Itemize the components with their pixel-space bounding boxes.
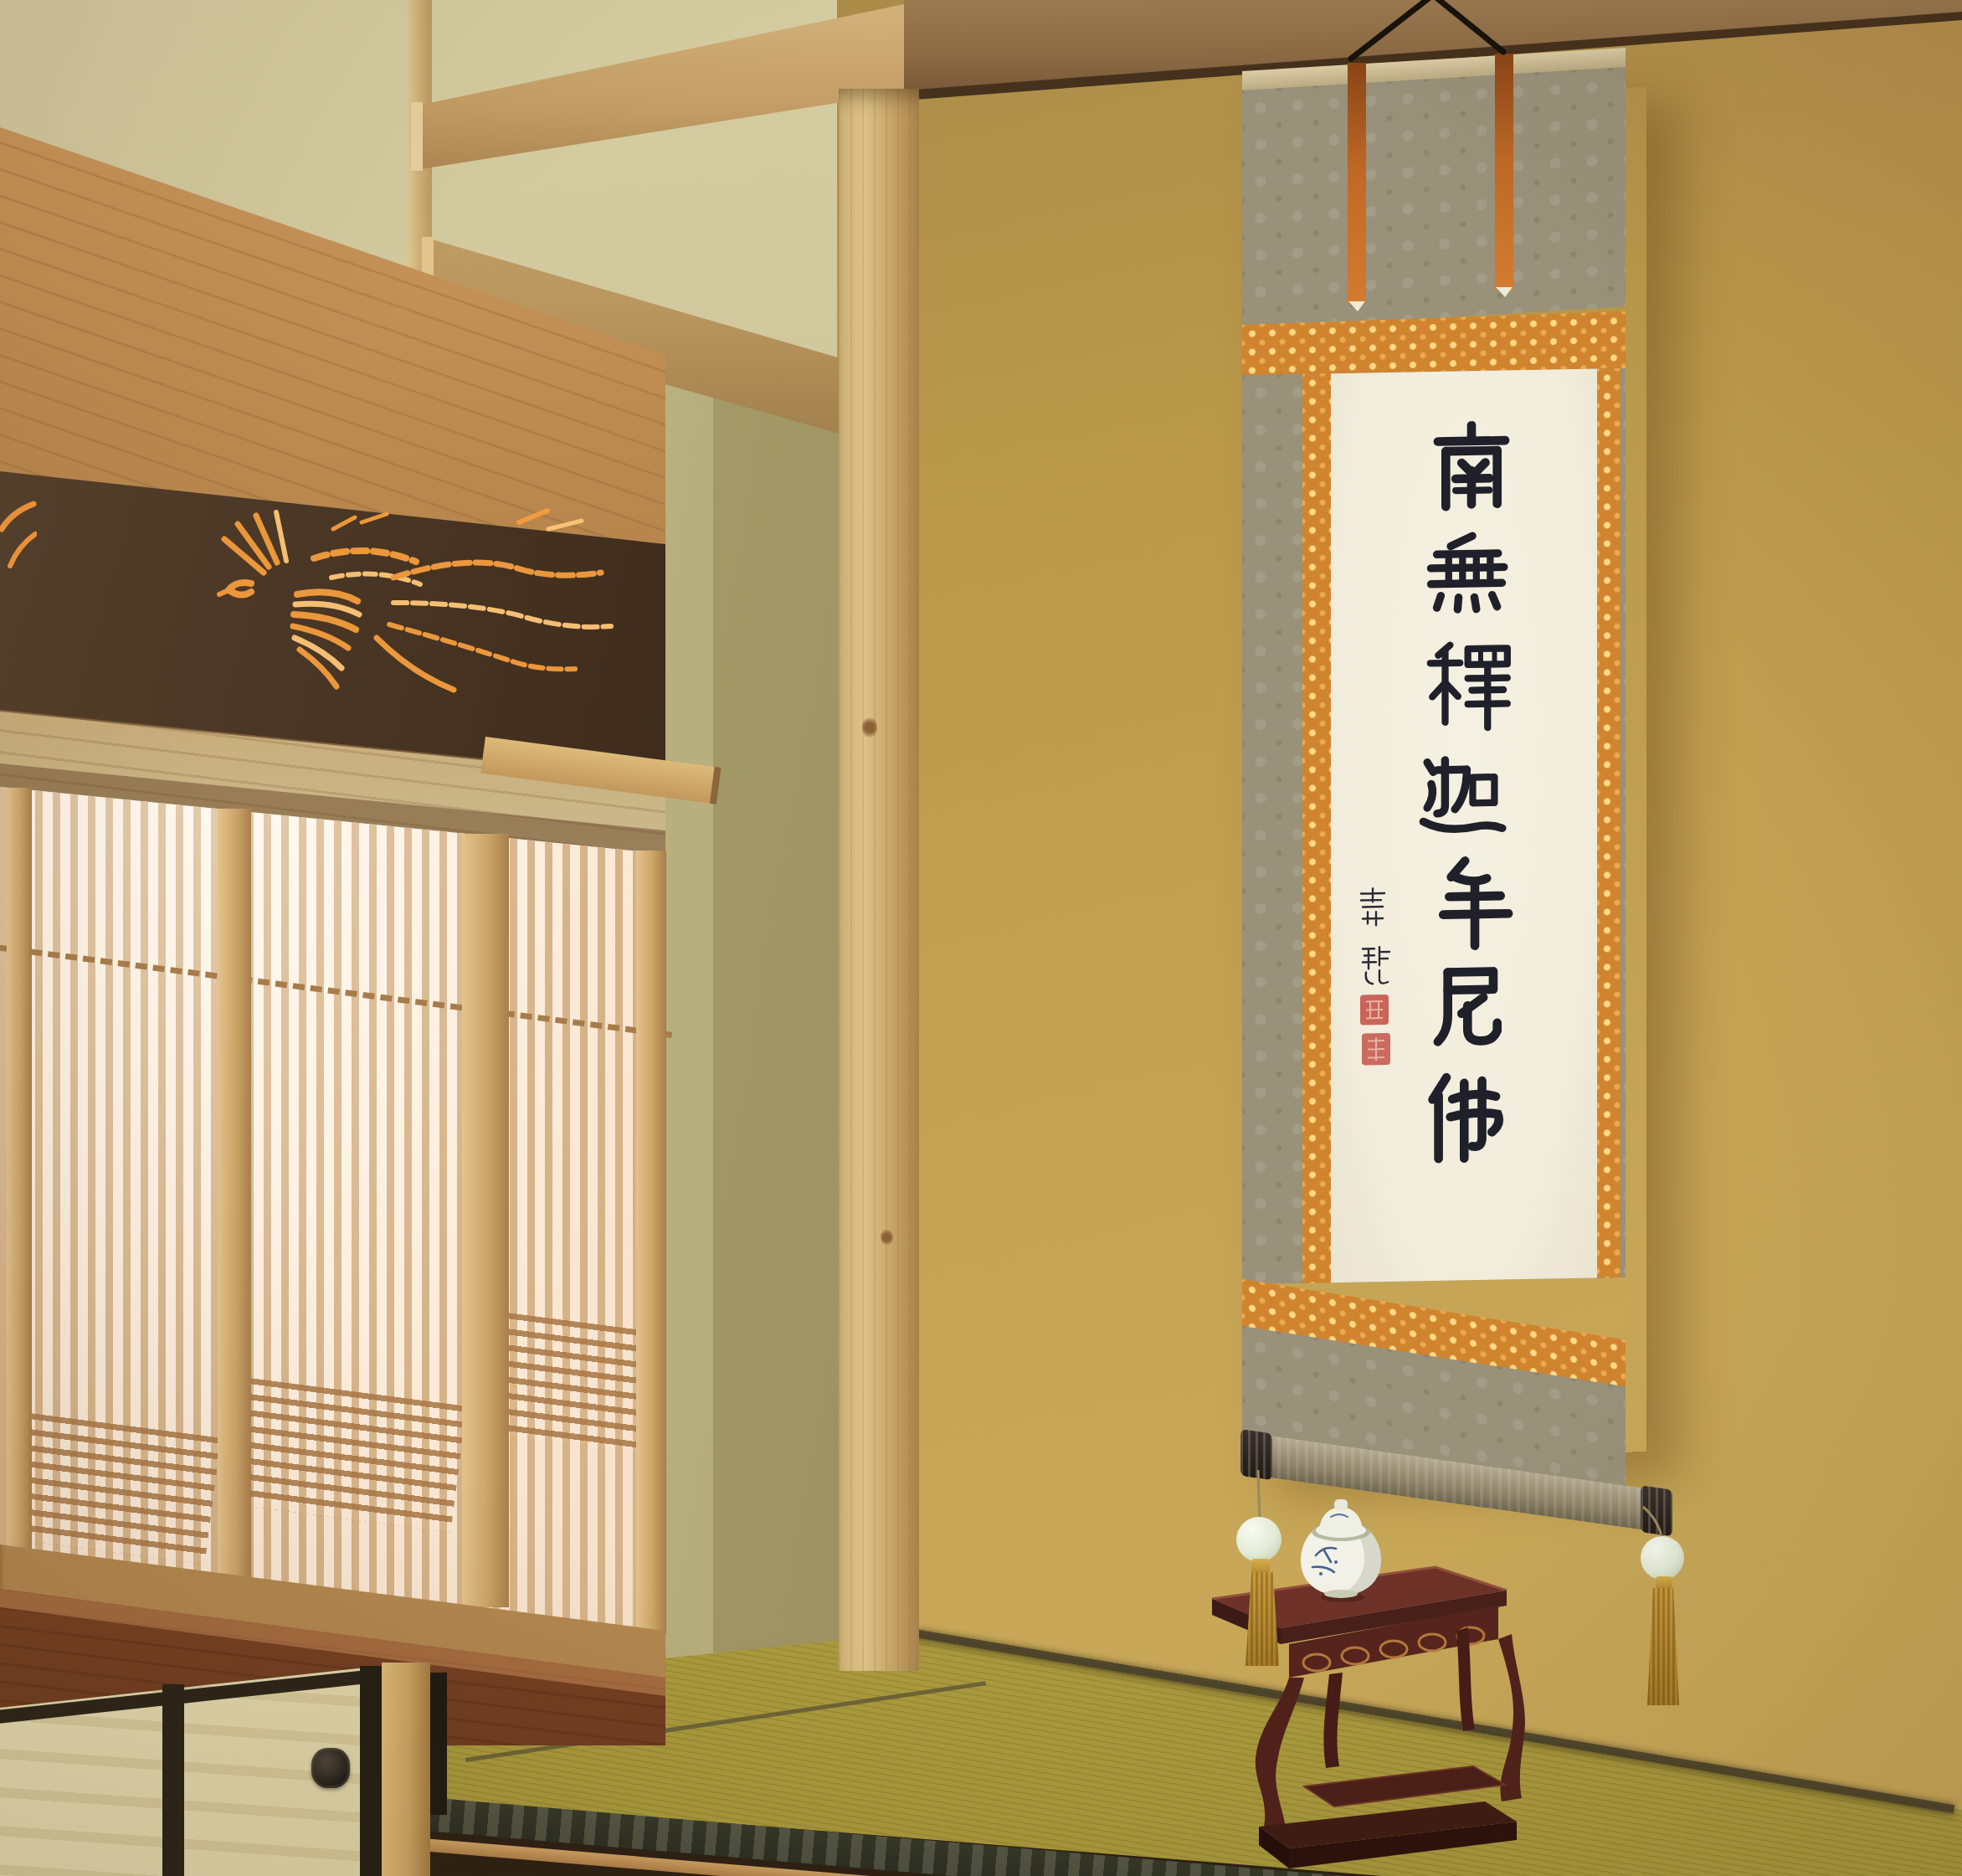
calligraphy-char-1 [1415, 420, 1528, 521]
corner-post [839, 89, 919, 1671]
scroll-body [1242, 368, 1626, 1284]
window-mullion [218, 809, 251, 1580]
lattice-band-left [13, 1413, 221, 1564]
scroll-top-brocade [1242, 67, 1626, 330]
wood-knot [862, 717, 877, 738]
calligraphy-char-2 [1410, 529, 1523, 630]
calligraphy-char-4 [1408, 747, 1522, 847]
futai-ribbon-right [1495, 54, 1513, 290]
porcelain-jar [1287, 1497, 1394, 1602]
alcove-front-post [382, 1663, 430, 1876]
phoenix-carving-glow [126, 479, 628, 722]
window-mullion [636, 851, 666, 1634]
signature-char [1356, 887, 1389, 928]
upper-left-beam-endcut [411, 102, 423, 171]
roller-knob-right [1641, 1485, 1672, 1536]
calligraphy-char-6 [1415, 961, 1528, 1061]
tassel-ball-left [1236, 1517, 1281, 1562]
scroll-side-border [1597, 368, 1620, 1277]
calligraphy-char-7 [1411, 1068, 1525, 1169]
adjacent-carving-sliver [0, 499, 37, 569]
alcove-shadow-gap [430, 1673, 447, 1815]
wood-knot [881, 1229, 893, 1246]
door-stile [360, 1666, 382, 1876]
tatami-room-photo: 南無釋迦牟尼佛 静観 Japanese tatami room with tok… [0, 0, 1962, 1876]
door-stile [162, 1684, 184, 1876]
calligraphy-char-3 [1413, 638, 1527, 738]
lattice-band-right [491, 1313, 652, 1452]
tassel-cap-left [1251, 1559, 1270, 1574]
seal-stamp [1359, 994, 1389, 1026]
tassel-ball-right [1641, 1536, 1684, 1580]
futai-ribbon-left [1348, 63, 1366, 304]
scroll-side-border [1302, 373, 1331, 1283]
signature-char [1358, 943, 1391, 988]
window-mullion [7, 788, 32, 1551]
seal-stamp [1361, 1032, 1391, 1066]
calligraphy-char-5 [1418, 854, 1532, 954]
window-mullion [462, 834, 509, 1607]
tassel-cap-right [1656, 1576, 1672, 1590]
roller-knob-left [1240, 1429, 1272, 1480]
door-pull-handle [311, 1748, 350, 1788]
